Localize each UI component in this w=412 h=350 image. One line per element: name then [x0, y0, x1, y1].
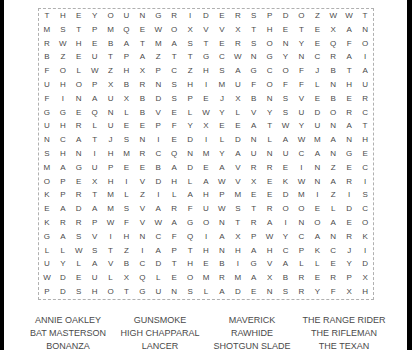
grid-cell[interactable]: T	[71, 23, 87, 37]
grid-cell[interactable]: J	[309, 64, 325, 78]
grid-cell[interactable]: Y	[55, 258, 71, 272]
grid-cell[interactable]: V	[198, 23, 214, 37]
grid-cell[interactable]: S	[182, 285, 198, 299]
grid-cell[interactable]: A	[55, 230, 71, 244]
grid-cell[interactable]: D	[357, 258, 373, 272]
grid-cell[interactable]: I	[103, 230, 119, 244]
grid-cell[interactable]: O	[182, 271, 198, 285]
grid-cell[interactable]: T	[246, 23, 262, 37]
grid-cell[interactable]: D	[278, 9, 294, 23]
grid-cell[interactable]: Z	[182, 64, 198, 78]
grid-cell[interactable]: G	[246, 64, 262, 78]
grid-cell[interactable]: F	[246, 78, 262, 92]
grid-cell[interactable]: N	[246, 133, 262, 147]
grid-cell[interactable]: Z	[134, 189, 150, 203]
grid-cell[interactable]: R	[293, 271, 309, 285]
grid-cell[interactable]: U	[309, 119, 325, 133]
grid-cell[interactable]: I	[150, 189, 166, 203]
grid-cell[interactable]: Z	[309, 9, 325, 23]
grid-cell[interactable]: W	[71, 244, 87, 258]
grid-cell[interactable]: U	[150, 285, 166, 299]
grid-cell[interactable]: T	[341, 64, 357, 78]
grid-cell[interactable]: P	[166, 244, 182, 258]
grid-cell[interactable]: O	[198, 216, 214, 230]
grid-cell[interactable]: E	[309, 271, 325, 285]
grid-cell[interactable]: R	[71, 189, 87, 203]
grid-cell[interactable]: R	[341, 230, 357, 244]
grid-cell[interactable]: H	[198, 189, 214, 203]
grid-cell[interactable]: W	[55, 37, 71, 51]
grid-cell[interactable]: I	[357, 175, 373, 189]
grid-cell[interactable]: H	[182, 258, 198, 272]
grid-cell[interactable]: X	[119, 271, 135, 285]
grid-cell[interactable]: S	[230, 202, 246, 216]
grid-cell[interactable]: H	[357, 285, 373, 299]
grid-cell[interactable]: A	[150, 244, 166, 258]
grid-cell[interactable]: U	[39, 119, 55, 133]
grid-cell[interactable]: L	[71, 258, 87, 272]
grid-cell[interactable]: L	[182, 106, 198, 120]
grid-cell[interactable]: C	[293, 147, 309, 161]
grid-cell[interactable]: P	[150, 119, 166, 133]
grid-cell[interactable]: A	[341, 50, 357, 64]
grid-cell[interactable]: E	[309, 23, 325, 37]
grid-cell[interactable]: C	[150, 230, 166, 244]
grid-cell[interactable]: B	[119, 78, 135, 92]
grid-cell[interactable]: R	[39, 37, 55, 51]
grid-cell[interactable]: C	[55, 133, 71, 147]
grid-cell[interactable]: A	[87, 92, 103, 106]
grid-cell[interactable]: Q	[134, 271, 150, 285]
grid-cell[interactable]: A	[214, 161, 230, 175]
grid-cell[interactable]: X	[230, 92, 246, 106]
grid-cell[interactable]: S	[166, 78, 182, 92]
grid-cell[interactable]: A	[198, 175, 214, 189]
grid-cell[interactable]: B	[150, 161, 166, 175]
grid-cell[interactable]: A	[55, 202, 71, 216]
grid-cell[interactable]: U	[87, 161, 103, 175]
grid-cell[interactable]: T	[87, 133, 103, 147]
grid-cell[interactable]: C	[278, 244, 294, 258]
grid-cell[interactable]: R	[246, 216, 262, 230]
grid-cell[interactable]: E	[357, 147, 373, 161]
grid-cell[interactable]: C	[150, 147, 166, 161]
grid-cell[interactable]: O	[357, 216, 373, 230]
grid-cell[interactable]: O	[293, 9, 309, 23]
grid-cell[interactable]: M	[230, 189, 246, 203]
grid-cell[interactable]: O	[262, 78, 278, 92]
grid-cell[interactable]: P	[150, 64, 166, 78]
grid-cell[interactable]: D	[150, 258, 166, 272]
grid-cell[interactable]: A	[246, 271, 262, 285]
grid-cell[interactable]: G	[55, 106, 71, 120]
grid-cell[interactable]: H	[198, 244, 214, 258]
grid-cell[interactable]: P	[246, 230, 262, 244]
grid-cell[interactable]: P	[103, 161, 119, 175]
grid-cell[interactable]: F	[278, 78, 294, 92]
grid-cell[interactable]: C	[214, 50, 230, 64]
grid-cell[interactable]: A	[262, 216, 278, 230]
grid-cell[interactable]: M	[39, 161, 55, 175]
grid-cell[interactable]: T	[230, 216, 246, 230]
grid-cell[interactable]: T	[182, 50, 198, 64]
grid-cell[interactable]: N	[134, 230, 150, 244]
grid-cell[interactable]: C	[357, 106, 373, 120]
grid-cell[interactable]: G	[134, 285, 150, 299]
grid-cell[interactable]: E	[278, 23, 294, 37]
grid-cell[interactable]: Y	[278, 50, 294, 64]
grid-cell[interactable]: M	[230, 271, 246, 285]
grid-cell[interactable]: E	[198, 92, 214, 106]
grid-cell[interactable]: I	[357, 50, 373, 64]
grid-cell[interactable]: E	[39, 202, 55, 216]
grid-cell[interactable]: D	[198, 9, 214, 23]
grid-cell[interactable]: P	[87, 78, 103, 92]
grid-cell[interactable]: H	[182, 78, 198, 92]
grid-cell[interactable]: S	[166, 92, 182, 106]
grid-cell[interactable]: T	[103, 244, 119, 258]
grid-cell[interactable]: N	[325, 230, 341, 244]
grid-cell[interactable]: T	[293, 23, 309, 37]
grid-cell[interactable]: B	[278, 271, 294, 285]
grid-cell[interactable]: A	[230, 147, 246, 161]
grid-cell[interactable]: H	[198, 64, 214, 78]
grid-cell[interactable]: N	[357, 23, 373, 37]
grid-cell[interactable]: H	[119, 230, 135, 244]
grid-cell[interactable]: X	[246, 175, 262, 189]
grid-cell[interactable]: L	[119, 106, 135, 120]
grid-cell[interactable]: F	[166, 119, 182, 133]
grid-cell[interactable]: U	[278, 147, 294, 161]
grid-cell[interactable]: Q	[182, 230, 198, 244]
grid-cell[interactable]: Q	[166, 147, 182, 161]
grid-cell[interactable]: W	[262, 230, 278, 244]
grid-cell[interactable]: U	[87, 271, 103, 285]
grid-cell[interactable]: A	[150, 202, 166, 216]
grid-cell[interactable]: B	[325, 92, 341, 106]
grid-cell[interactable]: S	[71, 230, 87, 244]
grid-cell[interactable]: D	[182, 161, 198, 175]
grid-cell[interactable]: S	[71, 285, 87, 299]
grid-cell[interactable]: U	[119, 9, 135, 23]
grid-cell[interactable]: D	[150, 175, 166, 189]
grid-cell[interactable]: L	[150, 271, 166, 285]
grid-cell[interactable]: J	[103, 133, 119, 147]
grid-cell[interactable]: I	[198, 78, 214, 92]
grid-cell[interactable]: Y	[214, 147, 230, 161]
grid-cell[interactable]: U	[39, 78, 55, 92]
grid-cell[interactable]: B	[246, 92, 262, 106]
grid-cell[interactable]: S	[278, 92, 294, 106]
grid-cell[interactable]: S	[246, 9, 262, 23]
grid-cell[interactable]: Z	[119, 244, 135, 258]
grid-cell[interactable]: N	[262, 92, 278, 106]
grid-cell[interactable]: L	[103, 271, 119, 285]
grid-cell[interactable]: M	[119, 147, 135, 161]
grid-cell[interactable]: S	[278, 285, 294, 299]
grid-cell[interactable]: E	[325, 258, 341, 272]
grid-cell[interactable]: Y	[182, 119, 198, 133]
grid-cell[interactable]: N	[214, 244, 230, 258]
grid-cell[interactable]: G	[198, 50, 214, 64]
grid-cell[interactable]: L	[166, 189, 182, 203]
grid-cell[interactable]: T	[119, 285, 135, 299]
grid-cell[interactable]: K	[278, 175, 294, 189]
grid-cell[interactable]: X	[103, 78, 119, 92]
grid-cell[interactable]: W	[198, 106, 214, 120]
grid-cell[interactable]: E	[71, 106, 87, 120]
grid-cell[interactable]: W	[293, 175, 309, 189]
grid-cell[interactable]: A	[182, 189, 198, 203]
grid-cell[interactable]: E	[198, 258, 214, 272]
grid-cell[interactable]: M	[103, 23, 119, 37]
grid-cell[interactable]: B	[119, 258, 135, 272]
grid-cell[interactable]: A	[246, 119, 262, 133]
grid-cell[interactable]: O	[103, 285, 119, 299]
grid-cell[interactable]: A	[134, 50, 150, 64]
grid-cell[interactable]: T	[198, 37, 214, 51]
grid-cell[interactable]: E	[278, 161, 294, 175]
grid-cell[interactable]: S	[182, 37, 198, 51]
grid-cell[interactable]: I	[278, 216, 294, 230]
grid-cell[interactable]: E	[341, 216, 357, 230]
grid-cell[interactable]: A	[166, 161, 182, 175]
grid-cell[interactable]: T	[166, 50, 182, 64]
grid-cell[interactable]: V	[150, 106, 166, 120]
grid-cell[interactable]: W	[293, 133, 309, 147]
grid-cell[interactable]: P	[119, 50, 135, 64]
grid-cell[interactable]: M	[293, 189, 309, 203]
grid-cell[interactable]: T	[262, 119, 278, 133]
grid-cell[interactable]: T	[357, 9, 373, 23]
grid-cell[interactable]: X	[262, 271, 278, 285]
grid-cell[interactable]: R	[262, 202, 278, 216]
grid-cell[interactable]: G	[246, 258, 262, 272]
grid-cell[interactable]: I	[230, 258, 246, 272]
grid-cell[interactable]: C	[262, 64, 278, 78]
grid-cell[interactable]: B	[325, 64, 341, 78]
grid-cell[interactable]: F	[293, 78, 309, 92]
grid-cell[interactable]: V	[87, 230, 103, 244]
grid-cell[interactable]: N	[293, 50, 309, 64]
grid-cell[interactable]: V	[230, 161, 246, 175]
grid-cell[interactable]: H	[103, 175, 119, 189]
grid-cell[interactable]: B	[214, 258, 230, 272]
grid-cell[interactable]: E	[246, 189, 262, 203]
grid-cell[interactable]: F	[341, 37, 357, 51]
grid-cell[interactable]: M	[150, 37, 166, 51]
grid-cell[interactable]: E	[166, 133, 182, 147]
grid-cell[interactable]: E	[214, 37, 230, 51]
grid-cell[interactable]: A	[55, 161, 71, 175]
grid-cell[interactable]: K	[309, 244, 325, 258]
grid-cell[interactable]: S	[39, 147, 55, 161]
grid-cell[interactable]: S	[119, 133, 135, 147]
grid-cell[interactable]: L	[309, 78, 325, 92]
grid-cell[interactable]: I	[198, 133, 214, 147]
grid-cell[interactable]: I	[309, 189, 325, 203]
grid-cell[interactable]: V	[262, 258, 278, 272]
grid-cell[interactable]: E	[71, 271, 87, 285]
grid-cell[interactable]: T	[134, 37, 150, 51]
grid-cell[interactable]: A	[87, 258, 103, 272]
grid-cell[interactable]: D	[309, 106, 325, 120]
grid-cell[interactable]: A	[214, 230, 230, 244]
grid-cell[interactable]: W	[150, 216, 166, 230]
grid-cell[interactable]: A	[325, 216, 341, 230]
grid-cell[interactable]: C	[166, 64, 182, 78]
grid-cell[interactable]: W	[87, 64, 103, 78]
grid-cell[interactable]: W	[325, 9, 341, 23]
grid-cell[interactable]: E	[71, 175, 87, 189]
grid-cell[interactable]: O	[325, 106, 341, 120]
grid-cell[interactable]: T	[166, 258, 182, 272]
grid-cell[interactable]: N	[103, 106, 119, 120]
grid-cell[interactable]: C	[357, 202, 373, 216]
grid-cell[interactable]: B	[134, 92, 150, 106]
grid-cell[interactable]: P	[182, 92, 198, 106]
grid-cell[interactable]: Q	[119, 23, 135, 37]
grid-cell[interactable]: H	[262, 23, 278, 37]
grid-cell[interactable]: L	[55, 244, 71, 258]
grid-cell[interactable]: K	[357, 230, 373, 244]
grid-cell[interactable]: L	[293, 258, 309, 272]
grid-cell[interactable]: H	[55, 147, 71, 161]
grid-cell[interactable]: O	[103, 9, 119, 23]
grid-cell[interactable]: E	[262, 175, 278, 189]
grid-cell[interactable]: R	[341, 106, 357, 120]
grid-cell[interactable]: X	[230, 230, 246, 244]
grid-cell[interactable]: D	[230, 133, 246, 147]
grid-cell[interactable]: G	[341, 147, 357, 161]
grid-cell[interactable]: D	[55, 285, 71, 299]
grid-cell[interactable]: R	[325, 50, 341, 64]
grid-cell[interactable]: J	[341, 244, 357, 258]
grid-cell[interactable]: N	[150, 78, 166, 92]
grid-cell[interactable]: N	[325, 78, 341, 92]
grid-cell[interactable]: T	[103, 50, 119, 64]
grid-cell[interactable]: N	[293, 216, 309, 230]
grid-cell[interactable]: I	[198, 230, 214, 244]
grid-cell[interactable]: E	[134, 23, 150, 37]
grid-cell[interactable]: X	[198, 119, 214, 133]
grid-cell[interactable]: N	[325, 147, 341, 161]
grid-cell[interactable]: N	[309, 175, 325, 189]
grid-cell[interactable]: R	[134, 147, 150, 161]
grid-cell[interactable]: R	[325, 271, 341, 285]
grid-cell[interactable]: U	[87, 50, 103, 64]
grid-cell[interactable]: N	[278, 37, 294, 51]
grid-cell[interactable]: H	[119, 64, 135, 78]
grid-cell[interactable]: O	[357, 37, 373, 51]
grid-cell[interactable]: Y	[293, 119, 309, 133]
grid-cell[interactable]: X	[182, 23, 198, 37]
grid-cell[interactable]: E	[214, 119, 230, 133]
grid-cell[interactable]: A	[357, 64, 373, 78]
grid-cell[interactable]: E	[166, 271, 182, 285]
grid-cell[interactable]: H	[55, 9, 71, 23]
grid-cell[interactable]: D	[55, 271, 71, 285]
grid-cell[interactable]: I	[150, 133, 166, 147]
grid-cell[interactable]: P	[39, 285, 55, 299]
grid-cell[interactable]: I	[357, 244, 373, 258]
grid-cell[interactable]: D	[230, 285, 246, 299]
grid-cell[interactable]: V	[230, 175, 246, 189]
grid-cell[interactable]: O	[262, 37, 278, 51]
grid-cell[interactable]: E	[119, 119, 135, 133]
grid-cell[interactable]: N	[39, 133, 55, 147]
grid-cell[interactable]: P	[293, 244, 309, 258]
grid-cell[interactable]: W	[230, 50, 246, 64]
grid-cell[interactable]: E	[119, 161, 135, 175]
grid-cell[interactable]: T	[357, 119, 373, 133]
grid-cell[interactable]: E	[134, 161, 150, 175]
grid-cell[interactable]: W	[214, 175, 230, 189]
grid-cell[interactable]: N	[134, 9, 150, 23]
grid-cell[interactable]: R	[71, 216, 87, 230]
grid-cell[interactable]: Y	[309, 285, 325, 299]
grid-cell[interactable]: Z	[150, 50, 166, 64]
grid-cell[interactable]: W	[150, 23, 166, 37]
grid-cell[interactable]: N	[166, 285, 182, 299]
grid-cell[interactable]: P	[55, 175, 71, 189]
grid-cell[interactable]: E	[309, 92, 325, 106]
grid-cell[interactable]: N	[134, 133, 150, 147]
grid-cell[interactable]: T	[39, 9, 55, 23]
grid-cell[interactable]: C	[293, 230, 309, 244]
grid-cell[interactable]: L	[182, 175, 198, 189]
grid-cell[interactable]: J	[214, 92, 230, 106]
grid-cell[interactable]: E	[341, 161, 357, 175]
grid-cell[interactable]: N	[71, 147, 87, 161]
grid-cell[interactable]: D	[182, 133, 198, 147]
grid-cell[interactable]: I	[293, 161, 309, 175]
grid-cell[interactable]: L	[119, 189, 135, 203]
grid-cell[interactable]: A	[119, 37, 135, 51]
grid-cell[interactable]: Q	[325, 37, 341, 51]
grid-cell[interactable]: C	[309, 50, 325, 64]
grid-cell[interactable]: I	[341, 189, 357, 203]
grid-cell[interactable]: U	[103, 119, 119, 133]
grid-cell[interactable]: Y	[214, 106, 230, 120]
grid-cell[interactable]: M	[198, 271, 214, 285]
grid-cell[interactable]: E	[262, 189, 278, 203]
grid-cell[interactable]: U	[39, 258, 55, 272]
grid-cell[interactable]: P	[55, 189, 71, 203]
grid-cell[interactable]: K	[39, 216, 55, 230]
grid-cell[interactable]: N	[309, 161, 325, 175]
grid-cell[interactable]: Y	[87, 9, 103, 23]
grid-cell[interactable]: L	[71, 64, 87, 78]
grid-cell[interactable]: W	[278, 119, 294, 133]
grid-cell[interactable]: Z	[325, 189, 341, 203]
grid-cell[interactable]: I	[55, 92, 71, 106]
grid-cell[interactable]: E	[230, 119, 246, 133]
grid-cell[interactable]: A	[278, 133, 294, 147]
grid-cell[interactable]: F	[182, 202, 198, 216]
grid-cell[interactable]: C	[325, 244, 341, 258]
grid-cell[interactable]: Z	[325, 161, 341, 175]
grid-cell[interactable]: D	[150, 92, 166, 106]
grid-cell[interactable]: H	[341, 78, 357, 92]
grid-cell[interactable]: F	[166, 230, 182, 244]
grid-cell[interactable]: A	[325, 133, 341, 147]
grid-cell[interactable]: R	[230, 37, 246, 51]
grid-cell[interactable]: A	[166, 37, 182, 51]
grid-cell[interactable]: L	[39, 244, 55, 258]
grid-cell[interactable]: O	[71, 78, 87, 92]
grid-cell[interactable]: E	[71, 50, 87, 64]
